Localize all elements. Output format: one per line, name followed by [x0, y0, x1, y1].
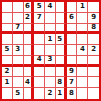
cell-r9c8[interactable]: [77, 88, 88, 99]
cell-r6c3[interactable]: [24, 56, 35, 67]
cell-r4c5[interactable]: 1: [45, 34, 56, 45]
cell-r8c5[interactable]: [45, 77, 56, 88]
cell-r5c6[interactable]: [56, 45, 67, 56]
cell-r8c8[interactable]: [77, 77, 88, 88]
cell-r5c8[interactable]: 4: [77, 45, 88, 56]
sudoku-board: 6541276978155342432914875218: [0, 0, 101, 101]
cell-r5c3[interactable]: [24, 45, 35, 56]
cell-r3c3[interactable]: [24, 24, 35, 35]
cell-r1c1[interactable]: [2, 2, 13, 13]
cell-r1c4[interactable]: 5: [34, 2, 45, 13]
cell-r6c6[interactable]: [56, 56, 67, 67]
cell-r2c9[interactable]: 9: [88, 13, 99, 24]
cell-r6c9[interactable]: [88, 56, 99, 67]
cell-r4c9[interactable]: [88, 34, 99, 45]
cell-r3c9[interactable]: 8: [88, 24, 99, 35]
cell-r8c1[interactable]: 1: [2, 77, 13, 88]
cell-r8c2[interactable]: [13, 77, 24, 88]
cell-r2c2[interactable]: [13, 13, 24, 24]
cell-r2c4[interactable]: 7: [34, 13, 45, 24]
cell-r7c1[interactable]: 2: [2, 67, 13, 78]
cell-r2c5[interactable]: [45, 13, 56, 24]
cell-r4c3[interactable]: [24, 34, 35, 45]
cell-r3c2[interactable]: 7: [13, 24, 24, 35]
cell-r1c9[interactable]: [88, 2, 99, 13]
cell-r3c4[interactable]: [34, 24, 45, 35]
cell-r8c4[interactable]: [34, 77, 45, 88]
cell-r9c7[interactable]: 8: [67, 88, 78, 99]
cell-r4c1[interactable]: [2, 34, 13, 45]
cell-r3c1[interactable]: [2, 24, 13, 35]
cell-r9c6[interactable]: 1: [56, 88, 67, 99]
cell-r6c4[interactable]: 4: [34, 56, 45, 67]
cell-r4c7[interactable]: [67, 34, 78, 45]
cell-r3c7[interactable]: [67, 24, 78, 35]
cell-r8c9[interactable]: [88, 77, 99, 88]
cell-r9c2[interactable]: 5: [13, 88, 24, 99]
cell-r3c6[interactable]: [56, 24, 67, 35]
cell-r3c5[interactable]: [45, 24, 56, 35]
cell-r5c5[interactable]: [45, 45, 56, 56]
cell-r2c1[interactable]: [2, 13, 13, 24]
cell-r9c3[interactable]: [24, 88, 35, 99]
cell-r9c9[interactable]: [88, 88, 99, 99]
cell-r1c5[interactable]: 4: [45, 2, 56, 13]
cell-r2c7[interactable]: 6: [67, 13, 78, 24]
cell-r5c9[interactable]: 2: [88, 45, 99, 56]
cell-r7c8[interactable]: [77, 67, 88, 78]
cell-r9c5[interactable]: 2: [45, 88, 56, 99]
cell-r1c2[interactable]: [13, 2, 24, 13]
cell-r4c2[interactable]: [13, 34, 24, 45]
cell-r2c6[interactable]: [56, 13, 67, 24]
cell-r8c6[interactable]: 8: [56, 77, 67, 88]
cell-r8c7[interactable]: 7: [67, 77, 78, 88]
cell-r5c7[interactable]: [67, 45, 78, 56]
cell-r2c8[interactable]: [77, 13, 88, 24]
cell-r9c4[interactable]: [34, 88, 45, 99]
cell-r7c2[interactable]: [13, 67, 24, 78]
cell-r6c7[interactable]: [67, 56, 78, 67]
cell-r5c1[interactable]: 5: [2, 45, 13, 56]
cell-r6c2[interactable]: [13, 56, 24, 67]
cell-r3c8[interactable]: [77, 24, 88, 35]
cell-r4c6[interactable]: 5: [56, 34, 67, 45]
cell-r9c1[interactable]: [2, 88, 13, 99]
cell-r4c4[interactable]: [34, 34, 45, 45]
cell-r4c8[interactable]: [77, 34, 88, 45]
cell-r7c5[interactable]: [45, 67, 56, 78]
cell-r7c9[interactable]: [88, 67, 99, 78]
cell-r1c8[interactable]: 1: [77, 2, 88, 13]
cell-r7c3[interactable]: [24, 67, 35, 78]
cell-r1c7[interactable]: [67, 2, 78, 13]
cell-r6c1[interactable]: [2, 56, 13, 67]
cell-r8c3[interactable]: 4: [24, 77, 35, 88]
cell-r5c2[interactable]: 3: [13, 45, 24, 56]
cell-r1c3[interactable]: 6: [24, 2, 35, 13]
cell-r5c4[interactable]: [34, 45, 45, 56]
cell-r7c6[interactable]: [56, 67, 67, 78]
cell-r6c8[interactable]: [77, 56, 88, 67]
cell-r1c6[interactable]: [56, 2, 67, 13]
cell-r7c4[interactable]: [34, 67, 45, 78]
cell-r6c5[interactable]: 3: [45, 56, 56, 67]
cell-r7c7[interactable]: 9: [67, 67, 78, 78]
cell-r2c3[interactable]: 2: [24, 13, 35, 24]
